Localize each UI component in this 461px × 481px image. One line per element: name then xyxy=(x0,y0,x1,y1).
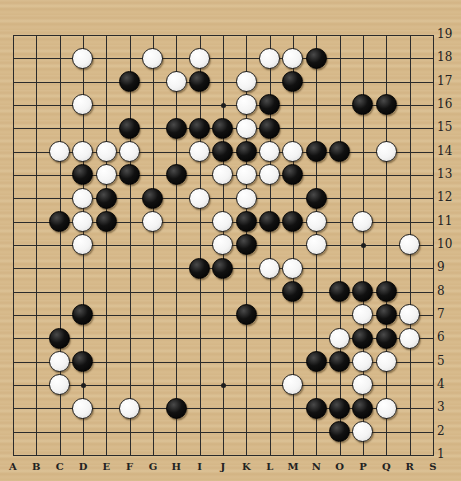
stone-white-J13 xyxy=(212,164,233,185)
stone-white-D11 xyxy=(72,211,93,232)
row-label-18: 18 xyxy=(437,50,461,64)
stone-white-G18 xyxy=(142,48,163,69)
stone-black-L11 xyxy=(259,211,280,232)
row-label-15: 15 xyxy=(437,120,461,134)
stone-white-L18 xyxy=(259,48,280,69)
stone-white-P2 xyxy=(352,421,373,442)
stone-black-P8 xyxy=(352,281,373,302)
stone-white-G11 xyxy=(142,211,163,232)
go-board-app: ABCDEFGHIJKLMNOPQRS 19181716151413121110… xyxy=(0,0,461,481)
star-point xyxy=(361,243,366,248)
stone-white-D3 xyxy=(72,398,93,419)
stone-white-M14 xyxy=(282,141,303,162)
stone-white-M9 xyxy=(282,258,303,279)
star-point xyxy=(221,383,226,388)
stone-white-R6 xyxy=(399,328,420,349)
stone-black-O3 xyxy=(329,398,350,419)
column-label-L: L xyxy=(258,461,282,472)
column-label-Q: Q xyxy=(374,461,398,472)
stone-black-C11 xyxy=(49,211,70,232)
column-label-F: F xyxy=(118,461,142,472)
stone-black-K14 xyxy=(236,141,257,162)
stone-black-D5 xyxy=(72,351,93,372)
stone-black-P16 xyxy=(352,94,373,115)
stone-black-K7 xyxy=(236,304,257,325)
column-label-O: O xyxy=(328,461,352,472)
stone-white-K16 xyxy=(236,94,257,115)
stone-black-O14 xyxy=(329,141,350,162)
stone-white-C14 xyxy=(49,141,70,162)
stone-white-E14 xyxy=(96,141,117,162)
stone-white-M4 xyxy=(282,374,303,395)
stone-black-J15 xyxy=(212,118,233,139)
column-label-K: K xyxy=(234,461,258,472)
stone-black-Q7 xyxy=(376,304,397,325)
stone-white-D18 xyxy=(72,48,93,69)
stone-white-N10 xyxy=(306,234,327,255)
stone-white-F3 xyxy=(119,398,140,419)
stone-black-E12 xyxy=(96,188,117,209)
column-label-G: G xyxy=(141,461,165,472)
stone-white-Q5 xyxy=(376,351,397,372)
stone-white-D16 xyxy=(72,94,93,115)
stone-black-Q6 xyxy=(376,328,397,349)
stone-white-I14 xyxy=(189,141,210,162)
stone-black-L15 xyxy=(259,118,280,139)
stone-black-N18 xyxy=(306,48,327,69)
stone-white-I18 xyxy=(189,48,210,69)
row-label-7: 7 xyxy=(437,307,461,321)
row-label-6: 6 xyxy=(437,330,461,344)
stone-white-D14 xyxy=(72,141,93,162)
stone-black-M8 xyxy=(282,281,303,302)
column-label-I: I xyxy=(188,461,212,472)
stone-black-F13 xyxy=(119,164,140,185)
stone-white-F14 xyxy=(119,141,140,162)
stone-black-O5 xyxy=(329,351,350,372)
stone-white-R7 xyxy=(399,304,420,325)
stone-white-P5 xyxy=(352,351,373,372)
stone-black-D13 xyxy=(72,164,93,185)
row-label-4: 4 xyxy=(437,377,461,391)
row-label-9: 9 xyxy=(437,260,461,274)
stone-black-O8 xyxy=(329,281,350,302)
stone-black-G12 xyxy=(142,188,163,209)
stone-black-F15 xyxy=(119,118,140,139)
stone-black-I9 xyxy=(189,258,210,279)
row-label-3: 3 xyxy=(437,400,461,414)
row-label-5: 5 xyxy=(437,354,461,368)
star-point xyxy=(221,103,226,108)
row-label-10: 10 xyxy=(437,237,461,251)
row-label-2: 2 xyxy=(437,424,461,438)
stone-white-H17 xyxy=(166,71,187,92)
stone-white-K13 xyxy=(236,164,257,185)
row-label-12: 12 xyxy=(437,190,461,204)
stone-black-M11 xyxy=(282,211,303,232)
stone-black-M13 xyxy=(282,164,303,185)
stone-white-Q3 xyxy=(376,398,397,419)
stone-black-H13 xyxy=(166,164,187,185)
stone-black-H15 xyxy=(166,118,187,139)
stone-white-P7 xyxy=(352,304,373,325)
stone-white-C4 xyxy=(49,374,70,395)
stone-black-N3 xyxy=(306,398,327,419)
column-label-E: E xyxy=(94,461,118,472)
stone-white-K15 xyxy=(236,118,257,139)
stone-white-K12 xyxy=(236,188,257,209)
stone-black-I15 xyxy=(189,118,210,139)
stone-black-Q16 xyxy=(376,94,397,115)
go-board[interactable] xyxy=(13,35,434,456)
column-label-P: P xyxy=(351,461,375,472)
column-label-J: J xyxy=(211,461,235,472)
stone-white-J11 xyxy=(212,211,233,232)
stone-white-P11 xyxy=(352,211,373,232)
stone-black-F17 xyxy=(119,71,140,92)
stone-black-M17 xyxy=(282,71,303,92)
row-label-1: 1 xyxy=(437,447,461,461)
stone-white-R10 xyxy=(399,234,420,255)
stone-black-P6 xyxy=(352,328,373,349)
stone-black-Q8 xyxy=(376,281,397,302)
stone-black-N12 xyxy=(306,188,327,209)
stone-black-O2 xyxy=(329,421,350,442)
stone-white-I12 xyxy=(189,188,210,209)
stone-black-K11 xyxy=(236,211,257,232)
stone-white-L13 xyxy=(259,164,280,185)
stone-black-N14 xyxy=(306,141,327,162)
stone-black-H3 xyxy=(166,398,187,419)
row-label-13: 13 xyxy=(437,167,461,181)
stone-white-L9 xyxy=(259,258,280,279)
column-label-D: D xyxy=(71,461,95,472)
row-label-11: 11 xyxy=(437,214,461,228)
stone-black-L16 xyxy=(259,94,280,115)
stone-black-I17 xyxy=(189,71,210,92)
stone-white-E13 xyxy=(96,164,117,185)
row-label-17: 17 xyxy=(437,74,461,88)
stone-white-Q14 xyxy=(376,141,397,162)
stone-white-O6 xyxy=(329,328,350,349)
stone-black-E11 xyxy=(96,211,117,232)
column-label-H: H xyxy=(164,461,188,472)
stone-black-J14 xyxy=(212,141,233,162)
stone-black-J9 xyxy=(212,258,233,279)
stone-white-N11 xyxy=(306,211,327,232)
stone-white-P4 xyxy=(352,374,373,395)
column-label-B: B xyxy=(24,461,48,472)
column-label-A: A xyxy=(1,461,25,472)
column-label-S: S xyxy=(421,461,445,472)
stone-black-K10 xyxy=(236,234,257,255)
stone-black-N5 xyxy=(306,351,327,372)
stone-white-J10 xyxy=(212,234,233,255)
row-label-16: 16 xyxy=(437,97,461,111)
stone-black-D7 xyxy=(72,304,93,325)
column-label-N: N xyxy=(304,461,328,472)
stone-white-M18 xyxy=(282,48,303,69)
stone-black-P3 xyxy=(352,398,373,419)
star-point xyxy=(81,383,86,388)
row-label-19: 19 xyxy=(437,27,461,41)
stone-white-C5 xyxy=(49,351,70,372)
stone-white-L14 xyxy=(259,141,280,162)
stone-white-D10 xyxy=(72,234,93,255)
row-label-8: 8 xyxy=(437,284,461,298)
stone-black-C6 xyxy=(49,328,70,349)
stone-white-D12 xyxy=(72,188,93,209)
column-label-R: R xyxy=(398,461,422,472)
row-label-14: 14 xyxy=(437,144,461,158)
column-label-M: M xyxy=(281,461,305,472)
column-label-C: C xyxy=(48,461,72,472)
stone-white-K17 xyxy=(236,71,257,92)
